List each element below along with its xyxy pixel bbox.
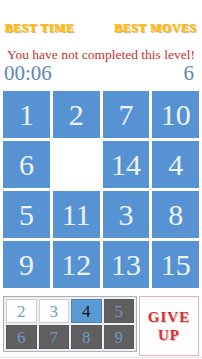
level-cell-9[interactable]: 9 <box>104 325 135 349</box>
tile-7[interactable]: 7 <box>103 91 150 138</box>
level-cell-4[interactable]: 4 <box>71 299 102 323</box>
best-time-label: BEST TIME <box>5 21 75 36</box>
tile-10[interactable]: 10 <box>152 91 199 138</box>
tile-9[interactable]: 9 <box>3 241 50 288</box>
tile-2[interactable]: 2 <box>53 91 100 138</box>
tile-13[interactable]: 13 <box>103 241 150 288</box>
tile-14[interactable]: 14 <box>103 141 150 188</box>
tile-5[interactable]: 5 <box>3 191 50 238</box>
level-selector: 2 3 4 5 6 7 8 9 <box>3 296 137 352</box>
tile-8[interactable]: 8 <box>152 191 199 238</box>
empty-cell <box>53 141 100 188</box>
tile-3[interactable]: 3 <box>103 191 150 238</box>
timer-value: 00:06 <box>4 61 52 86</box>
header-row: BEST TIME BEST MOVES <box>5 21 197 36</box>
bottom-divider <box>0 357 202 358</box>
tile-12[interactable]: 12 <box>53 241 100 288</box>
tile-15[interactable]: 15 <box>152 241 199 288</box>
level-cell-5[interactable]: 5 <box>104 299 135 323</box>
level-cell-2[interactable]: 2 <box>6 299 37 323</box>
level-cell-6[interactable]: 6 <box>6 325 37 349</box>
best-moves-label: BEST MOVES <box>115 21 197 36</box>
puzzle-screen: BEST TIME BEST MOVES You have not comple… <box>0 0 202 359</box>
give-up-label-line1: GIVE <box>148 310 190 325</box>
tile-4[interactable]: 4 <box>152 141 199 188</box>
stats-row: 00:06 6 <box>4 61 194 86</box>
moves-count: 6 <box>184 61 195 86</box>
level-cell-8[interactable]: 8 <box>71 325 102 349</box>
tile-1[interactable]: 1 <box>3 91 50 138</box>
level-cell-7[interactable]: 7 <box>39 325 70 349</box>
tile-6[interactable]: 6 <box>3 141 50 188</box>
give-up-label-line2: UP <box>158 328 180 343</box>
bottom-bar: 2 3 4 5 6 7 8 9 GIVE UP <box>3 296 199 354</box>
tile-11[interactable]: 11 <box>53 191 100 238</box>
give-up-button[interactable]: GIVE UP <box>139 296 199 356</box>
level-cell-3[interactable]: 3 <box>39 299 70 323</box>
puzzle-board: 1 2 7 10 6 14 4 5 11 3 8 9 12 13 15 <box>3 91 199 288</box>
